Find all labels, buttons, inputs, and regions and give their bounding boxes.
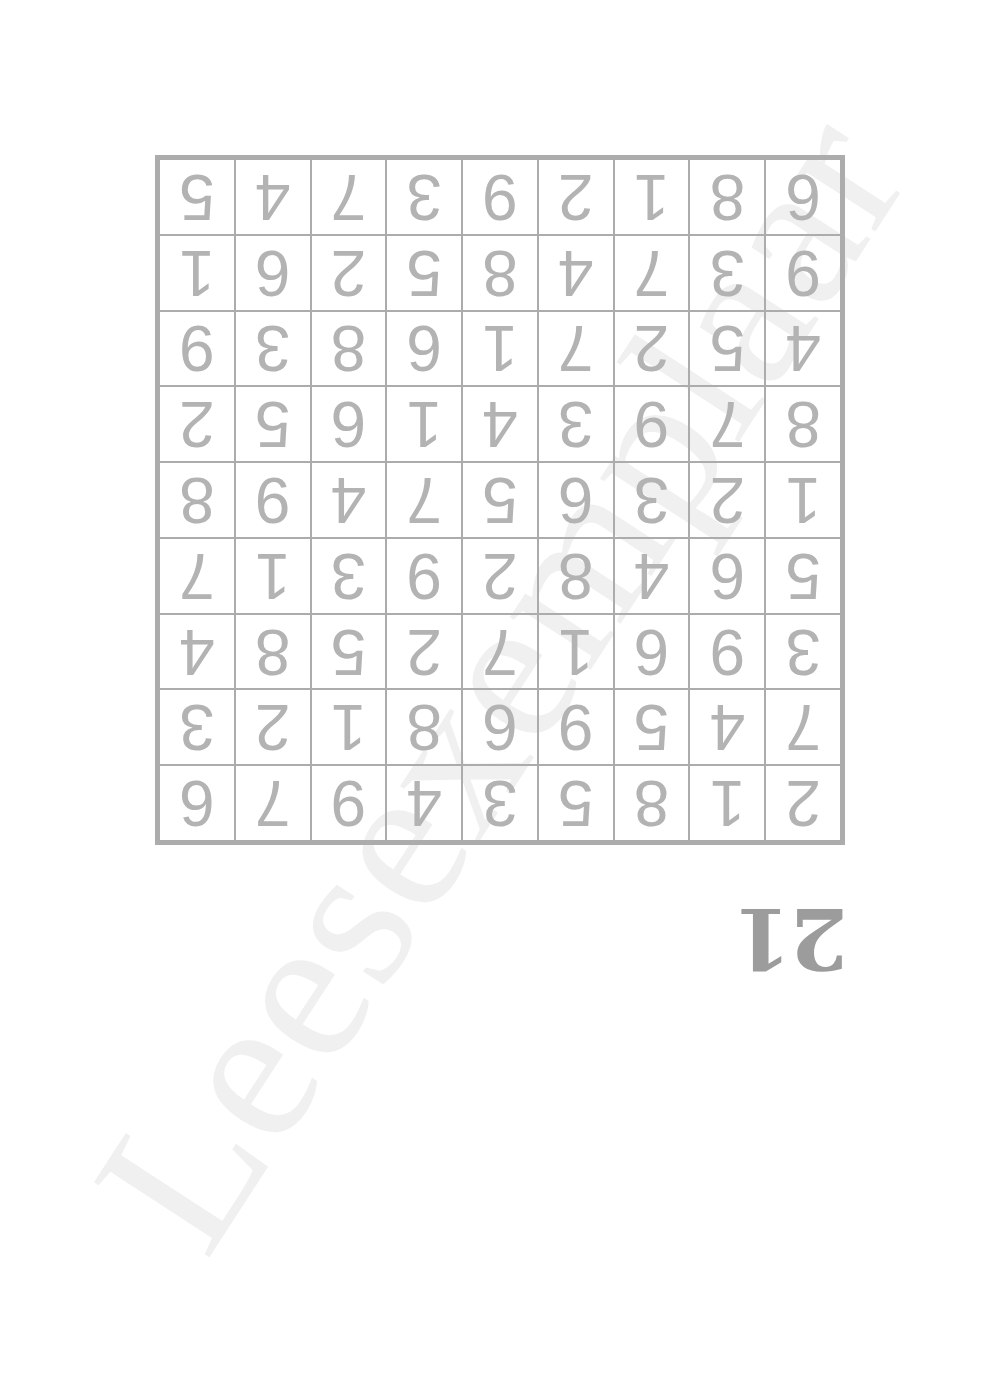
sudoku-cell: 5	[689, 311, 765, 387]
sudoku-cell: 6	[311, 386, 387, 462]
sudoku-cell: 7	[462, 614, 538, 690]
sudoku-cell: 6	[386, 311, 462, 387]
sudoku-cell: 1	[311, 689, 387, 765]
sudoku-cell: 4	[765, 311, 841, 387]
sudoku-cell: 1	[159, 235, 235, 311]
sudoku-cell: 9	[235, 462, 311, 538]
sudoku-cell: 3	[159, 689, 235, 765]
sudoku-cell: 9	[462, 159, 538, 235]
sudoku-cell: 4	[462, 386, 538, 462]
sudoku-cell: 3	[614, 462, 690, 538]
sudoku-board: 2185349767459681233961725845648293171236…	[155, 155, 845, 845]
sudoku-cell: 6	[689, 538, 765, 614]
sudoku-cell: 2	[462, 538, 538, 614]
sudoku-cell: 8	[159, 462, 235, 538]
sudoku-cell: 6	[614, 614, 690, 690]
sudoku-cell: 4	[159, 614, 235, 690]
sudoku-cell: 8	[614, 765, 690, 841]
sudoku-cell: 7	[538, 311, 614, 387]
sudoku-cell: 9	[386, 538, 462, 614]
sudoku-cell: 9	[689, 614, 765, 690]
sudoku-cell: 2	[689, 462, 765, 538]
sudoku-cell: 1	[538, 614, 614, 690]
puzzle-number: 21	[768, 903, 848, 973]
sudoku-cell: 9	[159, 311, 235, 387]
sudoku-cell: 8	[689, 159, 765, 235]
sudoku-cell: 2	[235, 689, 311, 765]
sudoku-cell: 3	[386, 159, 462, 235]
sudoku-cell: 1	[386, 386, 462, 462]
sudoku-cell: 4	[614, 538, 690, 614]
sudoku-cell: 8	[235, 614, 311, 690]
sudoku-cell: 7	[311, 159, 387, 235]
sudoku-cell: 2	[159, 386, 235, 462]
sudoku-cell: 9	[765, 235, 841, 311]
sudoku-cell: 8	[538, 538, 614, 614]
sudoku-cell: 1	[689, 765, 765, 841]
sudoku-cell: 4	[538, 235, 614, 311]
sudoku-cell: 3	[311, 538, 387, 614]
sudoku-cell: 2	[311, 235, 387, 311]
sudoku-cell: 6	[765, 159, 841, 235]
sudoku-cell: 3	[765, 614, 841, 690]
sudoku-cell: 5	[765, 538, 841, 614]
sudoku-cell: 6	[235, 235, 311, 311]
sudoku-cell: 1	[462, 311, 538, 387]
sudoku-cell: 7	[235, 765, 311, 841]
sudoku-cell: 5	[159, 159, 235, 235]
sudoku-cell: 4	[311, 462, 387, 538]
sudoku-cell: 5	[386, 235, 462, 311]
sudoku-cell: 8	[462, 235, 538, 311]
sudoku-cell: 5	[311, 614, 387, 690]
sudoku-cell: 4	[689, 689, 765, 765]
sudoku-cell: 2	[614, 311, 690, 387]
sudoku-cell: 6	[159, 765, 235, 841]
sudoku-cell: 8	[311, 311, 387, 387]
sudoku-cell: 3	[235, 311, 311, 387]
sudoku-cell: 8	[765, 386, 841, 462]
sudoku-cell: 6	[462, 689, 538, 765]
sudoku-cell: 4	[235, 159, 311, 235]
sudoku-cell: 4	[386, 765, 462, 841]
sudoku-cell: 7	[614, 235, 690, 311]
solutions-page: Leesexemplaar 21853497674596812339617258…	[0, 0, 1000, 1400]
sudoku-cell: 3	[462, 765, 538, 841]
sudoku-cell: 2	[765, 765, 841, 841]
sudoku-cell: 7	[386, 462, 462, 538]
sudoku-cell: 9	[311, 765, 387, 841]
sudoku-cell: 3	[538, 386, 614, 462]
sudoku-cell: 2	[386, 614, 462, 690]
sudoku-cell: 7	[765, 689, 841, 765]
sudoku-cell: 3	[689, 235, 765, 311]
sudoku-cell: 9	[538, 689, 614, 765]
sudoku-cell: 5	[614, 689, 690, 765]
sudoku-cell: 6	[538, 462, 614, 538]
sudoku-cell: 5	[538, 765, 614, 841]
sudoku-cell: 1	[765, 462, 841, 538]
sudoku-cell: 1	[235, 538, 311, 614]
sudoku-cell: 9	[614, 386, 690, 462]
sudoku-cell: 5	[235, 386, 311, 462]
sudoku-cell: 2	[538, 159, 614, 235]
sudoku-cell: 7	[159, 538, 235, 614]
sudoku-cell: 1	[614, 159, 690, 235]
sudoku-cell: 7	[689, 386, 765, 462]
sudoku-cell: 5	[462, 462, 538, 538]
sudoku-cell: 8	[386, 689, 462, 765]
